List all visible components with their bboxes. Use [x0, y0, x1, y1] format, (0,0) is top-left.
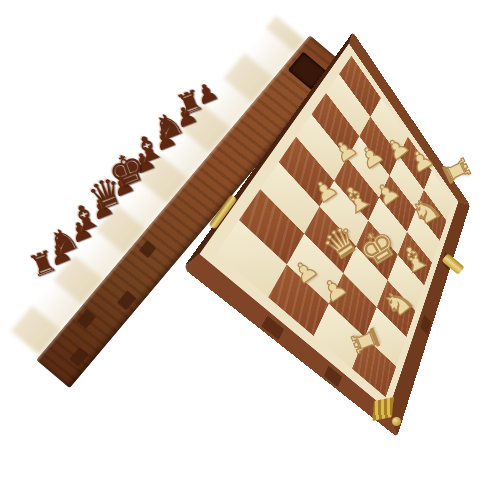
dovetail-joint	[420, 315, 431, 336]
dovetail-joint	[117, 290, 136, 310]
dovetail-joint	[324, 366, 342, 388]
dovetail-joint	[77, 309, 96, 329]
chess-set-photo: ♟♟♟♟♟♟♟♟♜♞♝♛♚♝♞♜♟♟♟♟♜♟♝♟♞♛♚♝♟♟♞♜	[0, 0, 500, 500]
dovetail-joint	[139, 240, 157, 258]
dovetail-joint	[69, 347, 88, 367]
dovetail-joint	[262, 316, 285, 340]
brass-clasp-pin-icon	[392, 417, 401, 426]
